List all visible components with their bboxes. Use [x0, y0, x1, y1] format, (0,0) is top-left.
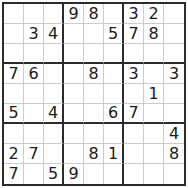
sudoku-cell-r4c8[interactable]	[144, 64, 164, 84]
sudoku-cell-r4c5[interactable]: 8	[84, 64, 104, 84]
sudoku-cell-r7c2[interactable]	[24, 124, 44, 144]
sudoku-board-container: 9832345787683315467427818759	[0, 0, 188, 188]
sudoku-cell-r1c2[interactable]	[24, 4, 44, 24]
sudoku-cell-r2c3[interactable]: 4	[44, 24, 64, 44]
sudoku-cell-r6c5[interactable]	[84, 104, 104, 124]
sudoku-cell-r9c2[interactable]	[24, 164, 44, 184]
sudoku-cell-r3c4[interactable]	[64, 44, 84, 64]
sudoku-cell-r8c2[interactable]: 7	[24, 144, 44, 164]
sudoku-cell-r2c2[interactable]: 3	[24, 24, 44, 44]
sudoku-cell-r5c7[interactable]	[124, 84, 144, 104]
sudoku-cell-r8c6[interactable]: 1	[104, 144, 124, 164]
sudoku-cell-r2c8[interactable]: 8	[144, 24, 164, 44]
sudoku-cell-r1c5[interactable]: 8	[84, 4, 104, 24]
sudoku-cell-r5c4[interactable]	[64, 84, 84, 104]
sudoku-cell-r4c7[interactable]: 3	[124, 64, 144, 84]
sudoku-cell-r2c1[interactable]	[4, 24, 24, 44]
sudoku-cell-r8c3[interactable]	[44, 144, 64, 164]
sudoku-cell-r9c5[interactable]	[84, 164, 104, 184]
sudoku-cell-r7c9[interactable]: 4	[164, 124, 184, 144]
sudoku-cell-r7c4[interactable]	[64, 124, 84, 144]
sudoku-cell-r2c7[interactable]: 7	[124, 24, 144, 44]
sudoku-cell-r8c4[interactable]	[64, 144, 84, 164]
sudoku-cell-r6c4[interactable]	[64, 104, 84, 124]
sudoku-cell-r1c6[interactable]	[104, 4, 124, 24]
sudoku-cell-r1c1[interactable]	[4, 4, 24, 24]
sudoku-board: 9832345787683315467427818759	[2, 2, 186, 186]
sudoku-cell-r5c3[interactable]	[44, 84, 64, 104]
sudoku-cell-r6c1[interactable]: 5	[4, 104, 24, 124]
sudoku-cell-r5c5[interactable]	[84, 84, 104, 104]
sudoku-cell-r5c6[interactable]	[104, 84, 124, 104]
sudoku-cell-r9c3[interactable]: 5	[44, 164, 64, 184]
sudoku-cell-r4c4[interactable]	[64, 64, 84, 84]
sudoku-cell-r4c3[interactable]	[44, 64, 64, 84]
sudoku-cell-r3c2[interactable]	[24, 44, 44, 64]
sudoku-cell-r5c9[interactable]	[164, 84, 184, 104]
sudoku-cell-r1c4[interactable]: 9	[64, 4, 84, 24]
sudoku-cell-r2c6[interactable]: 5	[104, 24, 124, 44]
sudoku-cell-r6c7[interactable]: 7	[124, 104, 144, 124]
sudoku-cell-r1c8[interactable]: 2	[144, 4, 164, 24]
sudoku-cell-r6c8[interactable]	[144, 104, 164, 124]
sudoku-cell-r9c4[interactable]: 9	[64, 164, 84, 184]
sudoku-cell-r9c9[interactable]	[164, 164, 184, 184]
sudoku-cell-r6c3[interactable]: 4	[44, 104, 64, 124]
sudoku-cell-r4c2[interactable]: 6	[24, 64, 44, 84]
sudoku-cell-r7c5[interactable]	[84, 124, 104, 144]
sudoku-cell-r2c5[interactable]	[84, 24, 104, 44]
sudoku-cell-r6c6[interactable]: 6	[104, 104, 124, 124]
sudoku-cell-r8c8[interactable]	[144, 144, 164, 164]
sudoku-cell-r8c7[interactable]	[124, 144, 144, 164]
sudoku-cell-r5c8[interactable]: 1	[144, 84, 164, 104]
sudoku-cell-r3c3[interactable]	[44, 44, 64, 64]
sudoku-cell-r5c1[interactable]	[4, 84, 24, 104]
sudoku-cell-r1c7[interactable]: 3	[124, 4, 144, 24]
sudoku-cell-r4c1[interactable]: 7	[4, 64, 24, 84]
sudoku-cell-r3c5[interactable]	[84, 44, 104, 64]
sudoku-cell-r7c3[interactable]	[44, 124, 64, 144]
sudoku-cell-r3c1[interactable]	[4, 44, 24, 64]
sudoku-cell-r9c1[interactable]: 7	[4, 164, 24, 184]
sudoku-cell-r7c8[interactable]	[144, 124, 164, 144]
sudoku-cell-r9c7[interactable]	[124, 164, 144, 184]
sudoku-cell-r7c6[interactable]	[104, 124, 124, 144]
sudoku-cell-r6c2[interactable]	[24, 104, 44, 124]
sudoku-cell-r8c9[interactable]: 8	[164, 144, 184, 164]
sudoku-cell-r9c6[interactable]	[104, 164, 124, 184]
sudoku-cell-r3c9[interactable]	[164, 44, 184, 64]
sudoku-cell-r4c9[interactable]: 3	[164, 64, 184, 84]
sudoku-cell-r3c8[interactable]	[144, 44, 164, 64]
sudoku-cell-r4c6[interactable]	[104, 64, 124, 84]
sudoku-cell-r2c4[interactable]	[64, 24, 84, 44]
sudoku-cell-r1c3[interactable]	[44, 4, 64, 24]
sudoku-cell-r3c7[interactable]	[124, 44, 144, 64]
sudoku-cell-r3c6[interactable]	[104, 44, 124, 64]
sudoku-cell-r5c2[interactable]	[24, 84, 44, 104]
sudoku-cell-r8c5[interactable]: 8	[84, 144, 104, 164]
sudoku-cell-r2c9[interactable]	[164, 24, 184, 44]
sudoku-cell-r7c1[interactable]	[4, 124, 24, 144]
sudoku-cell-r9c8[interactable]	[144, 164, 164, 184]
sudoku-cell-r1c9[interactable]	[164, 4, 184, 24]
sudoku-cell-r6c9[interactable]	[164, 104, 184, 124]
sudoku-cell-r7c7[interactable]	[124, 124, 144, 144]
sudoku-cell-r8c1[interactable]: 2	[4, 144, 24, 164]
